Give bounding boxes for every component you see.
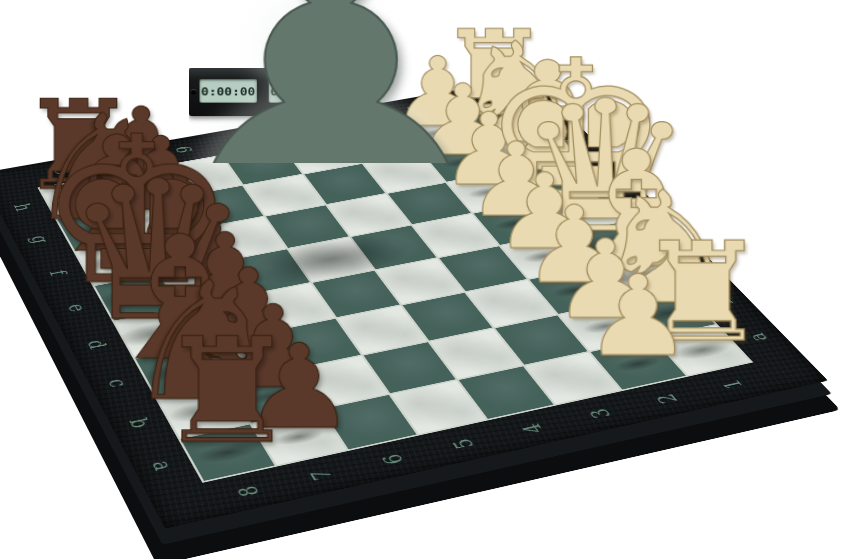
black-rook-icon: ♜ [156,318,299,464]
white-pawn-icon: ♟ [583,261,693,372]
perspective-scene: hgfedcbahgfedcba8765432187654321 ♜♞♝♛♚♝♞… [0,0,866,559]
chess-board: hgfedcbahgfedcba8765432187654321 ♜♞♝♛♚♝♞… [0,77,828,529]
chess-3d-scene: hgfedcbahgfedcba8765432187654321 ♜♞♝♛♚♝♞… [0,0,866,559]
